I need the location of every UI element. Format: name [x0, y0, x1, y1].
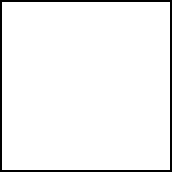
chess-board-frame: [0, 0, 172, 172]
chess-board: [2, 2, 170, 170]
